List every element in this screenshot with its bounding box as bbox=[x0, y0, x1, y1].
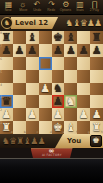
rank-label: 4 bbox=[0, 83, 2, 86]
rank-label: 6 bbox=[0, 57, 2, 60]
captured-pawn-icon: ♟ bbox=[37, 137, 45, 146]
ai-factory-logo: ∞ AI FACTORY bbox=[31, 148, 73, 158]
square-c7[interactable]: ♟ bbox=[26, 44, 39, 57]
square-f6[interactable] bbox=[64, 57, 77, 70]
new-game-label: New bbox=[5, 9, 12, 12]
square-b3[interactable] bbox=[13, 95, 26, 108]
opponent-bar: ♞ Level 12 ♞♝♛♟♟ bbox=[0, 15, 103, 31]
file-label: h bbox=[101, 131, 103, 134]
square-e7[interactable]: ♟ bbox=[52, 44, 65, 57]
square-c5[interactable] bbox=[26, 70, 39, 83]
square-h6[interactable] bbox=[90, 57, 103, 70]
square-b5[interactable] bbox=[13, 70, 26, 83]
square-c8[interactable]: ♝ bbox=[26, 31, 39, 44]
chess-app: ▦ New ☼ Move ↶ Undo ↷ Redo ⚙ Options ▥ S… bbox=[0, 0, 103, 183]
square-c6[interactable] bbox=[26, 57, 39, 70]
square-g5[interactable] bbox=[77, 70, 90, 83]
square-f5[interactable] bbox=[64, 70, 77, 83]
square-f3[interactable]: ♞ bbox=[64, 95, 77, 108]
square-a1[interactable]: ♜1a bbox=[0, 121, 13, 134]
captured-pawn-icon: ♟ bbox=[94, 19, 102, 28]
options-gear-icon: ⚙ bbox=[62, 1, 69, 9]
black-rook: ♜ bbox=[2, 32, 12, 43]
player-avatar-button[interactable]: ♚ bbox=[90, 135, 102, 147]
square-c3[interactable] bbox=[26, 95, 39, 108]
white-pawn: ♟ bbox=[27, 109, 37, 120]
black-pawn: ♟ bbox=[2, 45, 12, 56]
square-e2[interactable]: ♟ bbox=[52, 108, 65, 121]
square-a4[interactable]: 4 bbox=[0, 83, 13, 96]
square-h8[interactable]: ♜ bbox=[90, 31, 103, 44]
hint-bulb-icon: ☼ bbox=[19, 1, 26, 9]
player-bar: ♞♛♜♝♟♟ You ♚ bbox=[0, 134, 103, 148]
white-king: ♚ bbox=[53, 122, 63, 133]
square-g8[interactable] bbox=[77, 31, 90, 44]
square-b6[interactable] bbox=[13, 57, 26, 70]
rank-label: 5 bbox=[0, 70, 2, 73]
black-knight: ♞ bbox=[53, 83, 63, 94]
black-king: ♚ bbox=[53, 32, 63, 43]
redo-icon: ↷ bbox=[48, 1, 55, 9]
square-h5[interactable] bbox=[90, 70, 103, 83]
rank-label: 1 bbox=[0, 121, 2, 124]
rank-label: 3 bbox=[0, 95, 2, 98]
square-b7[interactable]: ♟ bbox=[13, 44, 26, 57]
black-pawn: ♟ bbox=[92, 45, 102, 56]
hint-move-label: Move bbox=[19, 9, 27, 12]
square-h2[interactable]: ♟ bbox=[90, 108, 103, 121]
square-b1[interactable]: b bbox=[13, 121, 26, 134]
logo-strip: ∞ AI FACTORY bbox=[0, 148, 103, 158]
square-g1[interactable]: g bbox=[77, 121, 90, 134]
stats-label: Stats bbox=[76, 9, 84, 12]
level-emblem: ♞ bbox=[1, 17, 13, 29]
black-rook: ♜ bbox=[92, 32, 102, 43]
black-pawn: ♟ bbox=[79, 45, 89, 56]
square-e6[interactable] bbox=[52, 57, 65, 70]
new-game-button[interactable]: ▦ New bbox=[2, 1, 15, 14]
square-b8[interactable] bbox=[13, 31, 26, 44]
white-king-icon: ♚ bbox=[92, 137, 99, 145]
square-b4[interactable] bbox=[13, 83, 26, 96]
black-bishop: ♝ bbox=[66, 32, 76, 43]
knight-emblem-icon: ♞ bbox=[4, 20, 10, 27]
undo-icon: ↶ bbox=[34, 1, 41, 9]
level-badge[interactable]: Level 12 bbox=[11, 17, 58, 29]
stats-icon: ▥ bbox=[76, 1, 84, 9]
two-player-label: 2 Play bbox=[90, 9, 99, 12]
level-label: Level 12 bbox=[15, 19, 48, 27]
square-d6[interactable] bbox=[39, 57, 52, 70]
square-a7[interactable]: ♟7 bbox=[0, 44, 13, 57]
square-g4[interactable] bbox=[77, 83, 90, 96]
player-name: You bbox=[67, 137, 81, 145]
square-g3[interactable] bbox=[77, 95, 90, 108]
white-pawn: ♟ bbox=[53, 109, 63, 120]
options-button[interactable]: ⚙ Options bbox=[59, 1, 72, 14]
black-pawn: ♟ bbox=[53, 96, 63, 107]
rank-label: 2 bbox=[0, 108, 2, 111]
empty-area bbox=[0, 159, 103, 183]
white-bishop: ♝ bbox=[66, 122, 76, 133]
rank-label: 7 bbox=[0, 44, 2, 47]
white-pawn: ♟ bbox=[92, 109, 102, 120]
square-a5[interactable]: 5 bbox=[0, 70, 13, 83]
square-d7[interactable] bbox=[39, 44, 52, 57]
square-f2[interactable] bbox=[64, 108, 77, 121]
new-game-icon: ▦ bbox=[5, 1, 13, 9]
square-a8[interactable]: ♜8 bbox=[0, 31, 13, 44]
square-c1[interactable]: c bbox=[26, 121, 39, 134]
two-player-icon: ∏ bbox=[91, 1, 98, 9]
square-d4[interactable]: ♟ bbox=[39, 83, 52, 96]
undo-button[interactable]: ↶ Undo bbox=[31, 1, 44, 14]
white-pawn: ♟ bbox=[40, 83, 50, 94]
black-pawn: ♟ bbox=[66, 45, 76, 56]
square-a2[interactable]: ♟2 bbox=[0, 108, 13, 121]
stats-button[interactable]: ▥ Stats bbox=[74, 1, 87, 14]
square-e3[interactable]: ♟ bbox=[52, 95, 65, 108]
white-knight: ♞ bbox=[66, 96, 76, 107]
square-c2[interactable]: ♟ bbox=[26, 108, 39, 121]
square-h3[interactable] bbox=[90, 95, 103, 108]
black-pawn: ♟ bbox=[14, 45, 24, 56]
black-bishop: ♝ bbox=[27, 32, 37, 43]
square-d3[interactable] bbox=[39, 95, 52, 108]
square-e8[interactable]: ♚ bbox=[52, 31, 65, 44]
black-pawn: ♟ bbox=[27, 45, 37, 56]
square-g7[interactable]: ♟ bbox=[77, 44, 90, 57]
square-d5[interactable] bbox=[39, 70, 52, 83]
square-g2[interactable]: ♟ bbox=[77, 108, 90, 121]
logo-caption: AI FACTORY bbox=[42, 154, 62, 156]
redo-button[interactable]: ↷ Redo bbox=[45, 1, 58, 14]
square-d2[interactable] bbox=[39, 108, 52, 121]
square-d8[interactable] bbox=[39, 31, 52, 44]
hint-move-button[interactable]: ☼ Move bbox=[16, 1, 29, 14]
rank-label: 8 bbox=[0, 31, 2, 34]
square-h7[interactable]: ♟ bbox=[90, 44, 103, 57]
square-b2[interactable] bbox=[13, 108, 26, 121]
square-e5[interactable] bbox=[52, 70, 65, 83]
captured-by-player-tray: ♞♛♜♝♟♟ bbox=[0, 137, 44, 146]
chess-board: ♜8♝♚♝♜♟7♟♟♟♟♟♟654♟♞♛3♟♞♟2♟♟♟♟♜1abcd♚e♝fg… bbox=[0, 31, 103, 134]
square-a3[interactable]: ♛3 bbox=[0, 95, 13, 108]
two-player-button[interactable]: ∏ 2 Play bbox=[88, 1, 101, 14]
square-e4[interactable]: ♞ bbox=[52, 83, 65, 96]
player-badge: You ♚ bbox=[52, 134, 103, 148]
white-pawn: ♟ bbox=[79, 109, 89, 120]
square-h4[interactable] bbox=[90, 83, 103, 96]
square-e1[interactable]: ♚e bbox=[52, 121, 65, 134]
redo-label: Redo bbox=[48, 9, 56, 12]
square-d1[interactable]: d bbox=[39, 121, 52, 134]
black-pawn: ♟ bbox=[53, 45, 63, 56]
undo-label: Undo bbox=[33, 9, 41, 12]
square-h1[interactable]: ♜h bbox=[90, 121, 103, 134]
square-c4[interactable] bbox=[26, 83, 39, 96]
square-a6[interactable]: 6 bbox=[0, 57, 13, 70]
square-f8[interactable]: ♝ bbox=[64, 31, 77, 44]
square-g6[interactable] bbox=[77, 57, 90, 70]
square-f7[interactable]: ♟ bbox=[64, 44, 77, 57]
white-pawn: ♟ bbox=[2, 109, 12, 120]
black-queen: ♛ bbox=[2, 96, 12, 107]
captured-by-opponent-tray: ♞♝♛♟♟ bbox=[66, 19, 103, 28]
square-f4[interactable] bbox=[64, 83, 77, 96]
options-label: Options bbox=[60, 9, 71, 12]
square-f1[interactable]: ♝f bbox=[64, 121, 77, 134]
toolbar: ▦ New ☼ Move ↶ Undo ↷ Redo ⚙ Options ▥ S… bbox=[0, 0, 103, 15]
